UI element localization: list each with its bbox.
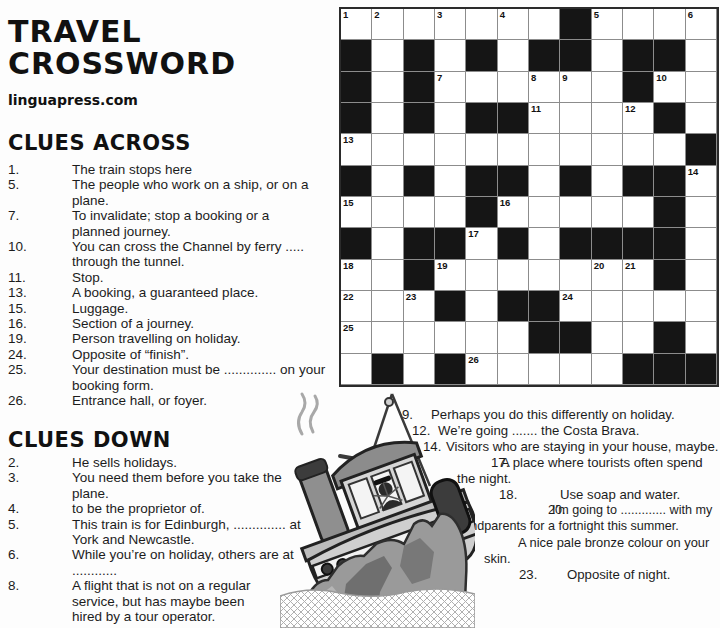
clue-across-7: 7.To invalidate; stop a booking or a pla… — [8, 208, 330, 239]
cell-number: 5 — [594, 9, 599, 20]
cell-number: 2 — [374, 9, 379, 20]
clue-number: 23. — [519, 567, 567, 583]
grid-cell-block — [529, 40, 560, 71]
clue-across-24: 24.Opposite of “finish”. — [8, 347, 330, 362]
clue-down-18: 18.Use soap and water. — [499, 487, 720, 503]
clue-across-16: 16.Section of a journey. — [8, 316, 330, 331]
grid-cell[interactable] — [529, 166, 560, 197]
grid-cell-block — [654, 197, 685, 228]
grid-cell[interactable] — [686, 40, 717, 71]
clue-text: To invalidate; stop a booking or a plann… — [72, 208, 307, 239]
grid-cell[interactable]: 25 — [341, 322, 372, 353]
cell-number: 10 — [656, 72, 667, 83]
grid-cell-block — [466, 40, 497, 71]
grid-cell[interactable] — [592, 103, 623, 134]
cell-number: 3 — [437, 9, 442, 20]
cell-number: 16 — [500, 197, 511, 208]
grid-cell-block — [623, 40, 654, 71]
grid-cell[interactable] — [435, 322, 466, 353]
grid-cell[interactable]: 23 — [404, 291, 435, 322]
grid-cell-block — [560, 228, 591, 259]
grid-cell[interactable] — [686, 322, 717, 353]
grid-cell[interactable] — [560, 260, 591, 291]
grid-cell[interactable] — [372, 322, 403, 353]
grid-cell-block — [404, 166, 435, 197]
cell-number: 22 — [343, 291, 354, 302]
grid-cell-block — [560, 9, 591, 40]
grid-cell[interactable]: 13 — [341, 134, 372, 165]
clue-text: The train stops here — [72, 162, 330, 177]
grid-cell-block — [654, 228, 685, 259]
site-name: linguapress.com — [8, 92, 138, 108]
clue-text: Use soap and water. — [560, 487, 680, 502]
grid-cell-block — [623, 228, 654, 259]
grid-cell-block — [654, 260, 685, 291]
grid-cell[interactable] — [686, 197, 717, 228]
grid-cell-block — [341, 228, 372, 259]
cell-number: 6 — [688, 9, 693, 20]
grid-cell[interactable]: 11 — [529, 103, 560, 134]
grid-cell[interactable] — [560, 103, 591, 134]
grid-cell[interactable]: 22 — [341, 291, 372, 322]
grid-cell[interactable]: 15 — [341, 197, 372, 228]
clue-across-13: 13.A booking, a guaranteed place. — [8, 285, 330, 300]
grid-cell[interactable] — [592, 291, 623, 322]
clue-number: 25. — [8, 362, 72, 377]
grid-cell-block — [404, 103, 435, 134]
cell-number: 8 — [531, 72, 536, 83]
grid-cell[interactable] — [372, 197, 403, 228]
grid-cell[interactable]: 9 — [560, 72, 591, 103]
grid-cell[interactable] — [623, 197, 654, 228]
grid-cell[interactable] — [372, 72, 403, 103]
clue-down-23: 23.Opposite of night. — [519, 567, 719, 583]
grid-cell-block — [623, 72, 654, 103]
grid-cell[interactable] — [592, 354, 623, 385]
clues-across-heading: CLUES ACROSS — [8, 131, 191, 155]
grid-cell[interactable] — [498, 354, 529, 385]
grid-cell[interactable] — [686, 260, 717, 291]
cell-number: 9 — [562, 72, 567, 83]
grid-cell[interactable] — [529, 197, 560, 228]
clue-number: 16. — [8, 316, 72, 331]
cell-number: 4 — [500, 9, 505, 20]
steam — [299, 394, 318, 434]
grid-cell[interactable]: 17 — [466, 228, 497, 259]
grid-cell-block — [341, 103, 372, 134]
clue-down-20: 20.I’m going to ............. with my gr… — [452, 503, 720, 534]
tugboat-illustration — [280, 388, 475, 628]
clue-number: 13. — [8, 285, 72, 300]
clue-across-11: 11.Stop. — [8, 270, 330, 285]
grid-cell-block — [404, 72, 435, 103]
grid-cell[interactable]: 16 — [498, 197, 529, 228]
grid-cell[interactable] — [435, 40, 466, 71]
cell-number: 18 — [343, 260, 354, 271]
clue-text: You can cross the Channel by ferry .....… — [72, 239, 330, 270]
grid-cell-block — [341, 40, 372, 71]
grid-cell-block — [654, 354, 685, 385]
clue-text: A flight that is not on a regular servic… — [72, 578, 277, 624]
grid-cell-block — [341, 166, 372, 197]
grid-cell[interactable] — [592, 322, 623, 353]
grid-cell[interactable]: 14 — [686, 166, 717, 197]
clue-number: 17. — [474, 455, 501, 471]
grid-cell[interactable] — [529, 260, 560, 291]
grid-cell[interactable]: 21 — [623, 260, 654, 291]
grid-cell-block — [435, 291, 466, 322]
page: { "game": "crossword", "title": { "line1… — [0, 0, 720, 628]
grid-cell-block — [466, 103, 497, 134]
cell-number: 21 — [625, 260, 636, 271]
grid-cell[interactable]: 8 — [529, 72, 560, 103]
grid-cell[interactable] — [529, 134, 560, 165]
grid-cell[interactable]: 7 — [435, 72, 466, 103]
grid-cell[interactable] — [560, 134, 591, 165]
grid-cell-block — [498, 228, 529, 259]
grid-cell[interactable] — [435, 166, 466, 197]
grid-cell[interactable]: 1 — [341, 9, 372, 40]
grid-cell[interactable] — [498, 322, 529, 353]
grid-cell[interactable] — [592, 134, 623, 165]
grid-cell-block — [404, 260, 435, 291]
grid-cell-block — [686, 134, 717, 165]
grid-cell[interactable] — [623, 291, 654, 322]
grid-cell[interactable] — [372, 228, 403, 259]
clue-text: Section of a journey. — [72, 316, 330, 331]
grid-cell[interactable] — [529, 354, 560, 385]
grid-cell[interactable] — [372, 103, 403, 134]
grid-cell-block — [686, 354, 717, 385]
clue-number: 10. — [8, 239, 72, 254]
clue-number: 19. — [8, 331, 72, 346]
grid-cell[interactable] — [466, 322, 497, 353]
clues-down-heading: CLUES DOWN — [8, 428, 171, 452]
grid-cell-block — [654, 40, 685, 71]
grid-cell[interactable] — [623, 322, 654, 353]
crossword-grid: 1234567891011121314151617181920212223242… — [339, 7, 719, 387]
grid-cell[interactable]: 24 — [560, 291, 591, 322]
grid-cell-block — [435, 354, 466, 385]
clue-number: 11. — [8, 270, 72, 285]
grid-cell-block — [623, 166, 654, 197]
grid-cell[interactable] — [498, 260, 529, 291]
grid-cell[interactable] — [529, 9, 560, 40]
page-title: TRAVEL CROSSWORD — [8, 16, 236, 80]
cell-number: 19 — [437, 260, 448, 271]
clue-number: 18. — [499, 487, 560, 503]
grid-cell[interactable] — [623, 9, 654, 40]
cell-number: 1 — [343, 9, 348, 20]
grid-cell[interactable] — [372, 166, 403, 197]
grid-cell[interactable] — [686, 291, 717, 322]
grid-cell[interactable] — [654, 291, 685, 322]
grid-cell[interactable] — [435, 103, 466, 134]
clue-text: The people who work on a ship, or on a p… — [72, 177, 330, 208]
grid-cell-block — [623, 354, 654, 385]
clue-across-10: 10.You can cross the Channel by ferry ..… — [8, 239, 330, 270]
grid-cell[interactable] — [686, 103, 717, 134]
page-title-line1: TRAVEL — [8, 16, 236, 48]
grid-cell[interactable] — [372, 40, 403, 71]
grid-cell-block — [341, 72, 372, 103]
grid-cell[interactable] — [498, 72, 529, 103]
grid-cell-block — [404, 228, 435, 259]
grid-cell-block — [560, 322, 591, 353]
grid-cell[interactable] — [592, 197, 623, 228]
page-title-line2: CROSSWORD — [8, 48, 236, 80]
clue-text: Luggage. — [72, 301, 330, 316]
grid-cell[interactable] — [404, 9, 435, 40]
clue-text: Opposite of night. — [567, 567, 670, 582]
clue-number: 2. — [8, 455, 72, 470]
grid-cell[interactable]: 2 — [372, 9, 403, 40]
grid-cell[interactable]: 20 — [592, 260, 623, 291]
clue-across-19: 19.Person travelling on holiday. — [8, 331, 330, 346]
grid-cell[interactable] — [592, 40, 623, 71]
grid-cell[interactable] — [404, 322, 435, 353]
grid-cell[interactable] — [435, 197, 466, 228]
clues-across-list: 1.The train stops here 5.The people who … — [8, 162, 330, 409]
grid-cell-block — [560, 166, 591, 197]
grid-cell[interactable] — [498, 40, 529, 71]
clue-number: 15. — [8, 301, 72, 316]
grid-cell[interactable] — [560, 354, 591, 385]
grid-cell[interactable] — [529, 228, 560, 259]
clue-number: 26. — [8, 393, 72, 408]
grid-cell[interactable] — [466, 291, 497, 322]
grid-cell[interactable]: 12 — [623, 103, 654, 134]
grid-cell-block — [404, 40, 435, 71]
grid-cell[interactable] — [341, 354, 372, 385]
grid-cell[interactable]: 19 — [435, 260, 466, 291]
grid-cell-block — [466, 197, 497, 228]
cell-number: 14 — [688, 166, 699, 177]
clue-across-1: 1.The train stops here — [8, 162, 330, 177]
grid-cell[interactable] — [466, 260, 497, 291]
grid-cell[interactable] — [686, 228, 717, 259]
grid-cell-block — [654, 166, 685, 197]
grid-cell[interactable]: 3 — [435, 9, 466, 40]
grid-cell-block — [654, 322, 685, 353]
grid-cell[interactable]: 18 — [341, 260, 372, 291]
grid-cell[interactable] — [623, 134, 654, 165]
grid-cell[interactable] — [466, 72, 497, 103]
clue-text: Stop. — [72, 270, 330, 285]
grid-cell-block — [529, 322, 560, 353]
grid-cell[interactable] — [372, 134, 403, 165]
cell-number: 11 — [531, 103, 541, 114]
cell-number: 23 — [406, 291, 417, 302]
grid-cell[interactable] — [592, 166, 623, 197]
cell-number: 12 — [625, 103, 636, 114]
grid-cell[interactable] — [466, 134, 497, 165]
cell-number: 7 — [437, 72, 442, 83]
grid-cell[interactable] — [404, 197, 435, 228]
grid-cell-block — [372, 354, 403, 385]
grid-cell[interactable] — [404, 134, 435, 165]
grid-cell[interactable] — [686, 72, 717, 103]
grid-cell-block — [498, 291, 529, 322]
cell-number: 26 — [468, 354, 479, 365]
cell-number: 24 — [562, 291, 573, 302]
clue-text: Visitors who are staying in your house, … — [446, 439, 718, 454]
clue-number: 8. — [8, 578, 72, 593]
grid-cell[interactable] — [372, 260, 403, 291]
grid-cell-block — [592, 228, 623, 259]
clue-number: 20. — [500, 503, 552, 519]
cell-number: 17 — [468, 228, 479, 239]
clue-text: This train is for Edinburgh, ...........… — [72, 517, 304, 548]
grid-cell-block — [529, 291, 560, 322]
clue-text: Person travelling on holiday. — [72, 331, 330, 346]
grid-cell[interactable] — [404, 354, 435, 385]
cell-number: 15 — [343, 197, 354, 208]
cell-number: 25 — [343, 322, 354, 333]
grid-cell-block — [498, 166, 529, 197]
clue-number: 6. — [8, 547, 72, 562]
grid-cell[interactable] — [654, 134, 685, 165]
grid-cell-block — [498, 103, 529, 134]
cell-number: 13 — [343, 134, 354, 145]
grid-cell[interactable] — [372, 291, 403, 322]
clue-text: A booking, a guaranteed place. — [72, 285, 330, 300]
grid-cell[interactable]: 6 — [686, 9, 717, 40]
clue-number: 5. — [8, 177, 72, 192]
grid-cell[interactable] — [466, 9, 497, 40]
clue-number: 4. — [8, 501, 72, 516]
cell-number: 20 — [594, 260, 605, 271]
clue-text: You need them before you take the plane. — [72, 470, 314, 501]
grid-cell[interactable] — [498, 134, 529, 165]
clue-number: 7. — [8, 208, 72, 223]
grid-cell[interactable]: 4 — [498, 9, 529, 40]
grid-cell[interactable] — [654, 9, 685, 40]
grid-cell[interactable]: 5 — [592, 9, 623, 40]
clue-across-15: 15.Luggage. — [8, 301, 330, 316]
clue-down-17: 17.A place where tourists often spend th… — [457, 455, 720, 486]
grid-cell-block — [560, 40, 591, 71]
clue-across-5: 5.The people who work on a ship, or on a… — [8, 177, 330, 208]
clue-number: 5. — [8, 517, 72, 532]
grid-cell-block — [435, 228, 466, 259]
grid-cell[interactable]: 10 — [654, 72, 685, 103]
clue-number: 1. — [8, 162, 72, 177]
clue-number: 3. — [8, 470, 72, 485]
clue-text: I’m going to ............. with my grand… — [452, 503, 712, 533]
clue-text: Opposite of “finish”. — [72, 347, 330, 362]
clue-number: 24. — [8, 347, 72, 362]
grid-cell[interactable] — [560, 197, 591, 228]
clue-down-21: 21.A nice pale bronze colour on your ski… — [484, 535, 720, 566]
grid-cell-block — [466, 166, 497, 197]
grid-cell[interactable] — [592, 72, 623, 103]
grid-cell[interactable] — [435, 134, 466, 165]
grid-cell-block — [654, 103, 685, 134]
grid-cell[interactable]: 26 — [466, 354, 497, 385]
